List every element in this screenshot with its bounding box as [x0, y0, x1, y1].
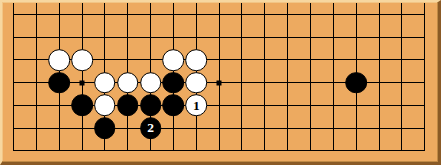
white-stone — [185, 72, 207, 94]
board-cell — [413, 117, 436, 140]
board-cell — [299, 71, 322, 94]
board-cell — [2, 140, 25, 163]
board-cell — [25, 26, 48, 49]
board-cell — [208, 3, 231, 26]
board-cell — [390, 140, 413, 163]
hoshi-star-point — [80, 80, 85, 85]
black-stone-move-2: 2 — [140, 117, 162, 139]
board-cell — [322, 26, 345, 49]
board-cell — [345, 49, 368, 72]
board-cell — [208, 49, 231, 72]
board-cell — [48, 3, 71, 26]
board-cell — [390, 117, 413, 140]
board-cell — [116, 26, 139, 49]
board-cell — [25, 71, 48, 94]
move-number-label: 2 — [147, 121, 154, 135]
white-stone — [140, 72, 162, 94]
board-cell — [345, 140, 368, 163]
board-cell — [93, 140, 116, 163]
black-stone — [71, 95, 93, 117]
black-stone — [117, 95, 139, 117]
board-cell — [231, 117, 254, 140]
board-cell — [368, 26, 391, 49]
board-cell — [253, 71, 276, 94]
board-cell — [116, 94, 139, 117]
board-cell — [71, 26, 94, 49]
black-stone — [345, 72, 367, 94]
board-cell — [25, 3, 48, 26]
board-cell — [162, 94, 185, 117]
board-cell — [322, 94, 345, 117]
board-cell — [368, 71, 391, 94]
board-cell — [208, 140, 231, 163]
board-cell — [299, 94, 322, 117]
board-cell — [253, 49, 276, 72]
board-cell — [322, 71, 345, 94]
board-cell — [93, 117, 116, 140]
board-cell — [48, 26, 71, 49]
board-cell — [276, 140, 299, 163]
board-cell — [368, 3, 391, 26]
board-cell — [25, 94, 48, 117]
board-cell — [413, 71, 436, 94]
board-cell — [368, 117, 391, 140]
black-stone — [94, 117, 116, 139]
board-cell — [185, 71, 208, 94]
board-cell — [299, 49, 322, 72]
white-stone — [163, 49, 185, 71]
board-cell — [345, 94, 368, 117]
move-number-label: 1 — [193, 99, 200, 113]
board-cell — [185, 3, 208, 26]
board-cell — [208, 117, 231, 140]
board-cell — [139, 3, 162, 26]
board-cell — [116, 71, 139, 94]
board-cell — [322, 3, 345, 26]
board-cell — [48, 49, 71, 72]
board-cell — [276, 71, 299, 94]
board-cell — [322, 49, 345, 72]
board-cell — [139, 71, 162, 94]
board-cell — [2, 49, 25, 72]
board-cell — [48, 71, 71, 94]
board-cell — [322, 140, 345, 163]
board-cell — [231, 140, 254, 163]
white-stone — [94, 72, 116, 94]
board-cell — [253, 3, 276, 26]
board-cell — [253, 94, 276, 117]
black-stone — [163, 72, 185, 94]
board-cell — [71, 94, 94, 117]
board-cell — [231, 3, 254, 26]
white-stone-move-1: 1 — [185, 95, 207, 117]
board-cell — [368, 140, 391, 163]
board-cell — [139, 26, 162, 49]
board-cell — [25, 117, 48, 140]
board-cell — [276, 26, 299, 49]
board-cell — [71, 3, 94, 26]
board-cell — [413, 26, 436, 49]
board-cell — [299, 26, 322, 49]
board-cell — [2, 71, 25, 94]
board-cell — [390, 49, 413, 72]
board-cell — [276, 94, 299, 117]
black-stone — [140, 95, 162, 117]
board-cell — [93, 71, 116, 94]
board-cell — [253, 26, 276, 49]
board-cell — [48, 140, 71, 163]
board-cell — [345, 71, 368, 94]
board-cell — [345, 117, 368, 140]
white-stone — [48, 49, 70, 71]
board-cell — [322, 117, 345, 140]
black-stone — [163, 95, 185, 117]
white-stone — [185, 49, 207, 71]
board-cell — [276, 3, 299, 26]
board-cell — [231, 26, 254, 49]
board-cell — [116, 3, 139, 26]
board-cell — [299, 140, 322, 163]
board-cell — [390, 94, 413, 117]
board-cell — [48, 94, 71, 117]
board-cell — [25, 140, 48, 163]
board-cell — [71, 71, 94, 94]
board-cell — [299, 3, 322, 26]
board-cell — [208, 26, 231, 49]
board-cell — [413, 3, 436, 26]
board-cell — [345, 3, 368, 26]
board-cell: 1 — [185, 94, 208, 117]
board-cell — [231, 94, 254, 117]
board-cell — [139, 140, 162, 163]
board-cell — [71, 49, 94, 72]
board-cell — [162, 26, 185, 49]
hoshi-star-point — [217, 80, 222, 85]
board-cell — [253, 117, 276, 140]
board-cell — [71, 117, 94, 140]
board-cell — [2, 117, 25, 140]
board-cell — [368, 49, 391, 72]
board-cell — [162, 3, 185, 26]
board-cell — [116, 49, 139, 72]
white-stone — [71, 49, 93, 71]
board-cell — [48, 117, 71, 140]
board-cell — [276, 49, 299, 72]
white-stone — [117, 72, 139, 94]
board-cell — [185, 49, 208, 72]
board-cell — [231, 49, 254, 72]
board-cell — [93, 94, 116, 117]
board-cell — [162, 71, 185, 94]
board-cell — [208, 71, 231, 94]
board-cell — [139, 49, 162, 72]
board-cell — [25, 49, 48, 72]
board-cell — [276, 117, 299, 140]
board-cell — [185, 117, 208, 140]
board-cell — [390, 26, 413, 49]
board-cell — [185, 140, 208, 163]
board-cell — [116, 140, 139, 163]
board-cell — [413, 140, 436, 163]
board-cell — [413, 94, 436, 117]
board-cell — [299, 117, 322, 140]
board-cell — [185, 26, 208, 49]
board-cell — [162, 117, 185, 140]
white-stone — [94, 95, 116, 117]
board-cell — [208, 94, 231, 117]
board-cell — [71, 140, 94, 163]
board-cell — [413, 49, 436, 72]
board-cell — [162, 140, 185, 163]
board-cell — [2, 26, 25, 49]
board-cell: 2 — [139, 117, 162, 140]
board-cell — [2, 94, 25, 117]
board-cell — [93, 49, 116, 72]
go-diagram: 12 — [0, 0, 441, 165]
board-cell — [390, 3, 413, 26]
board-cell — [162, 49, 185, 72]
board-cell — [116, 117, 139, 140]
board-cell — [368, 94, 391, 117]
board-cell — [345, 26, 368, 49]
board-cell — [231, 71, 254, 94]
black-stone — [48, 72, 70, 94]
board-cell — [390, 71, 413, 94]
board-cell — [93, 26, 116, 49]
board-cell — [253, 140, 276, 163]
board-cell — [93, 3, 116, 26]
board-cell — [139, 94, 162, 117]
go-board-grid: 12 — [2, 3, 436, 162]
board-cell — [2, 3, 25, 26]
